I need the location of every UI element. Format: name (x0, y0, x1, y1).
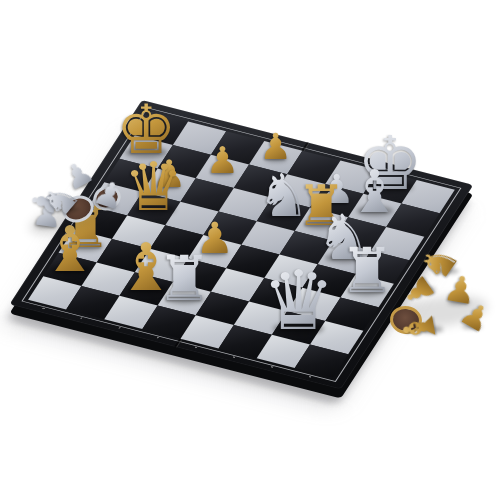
scene: ♚♛♜♜♝♝♟♟♟♟♚♛♜♜♝♞♞♟ ♟♟♞♟♟♞♟♟♝♟ (0, 0, 500, 500)
fallen-pieces-layer: ♟♟♞♟♟♞♟♟♝♟ (0, 0, 500, 500)
gold-bishop-piece: ♝ (395, 299, 445, 356)
